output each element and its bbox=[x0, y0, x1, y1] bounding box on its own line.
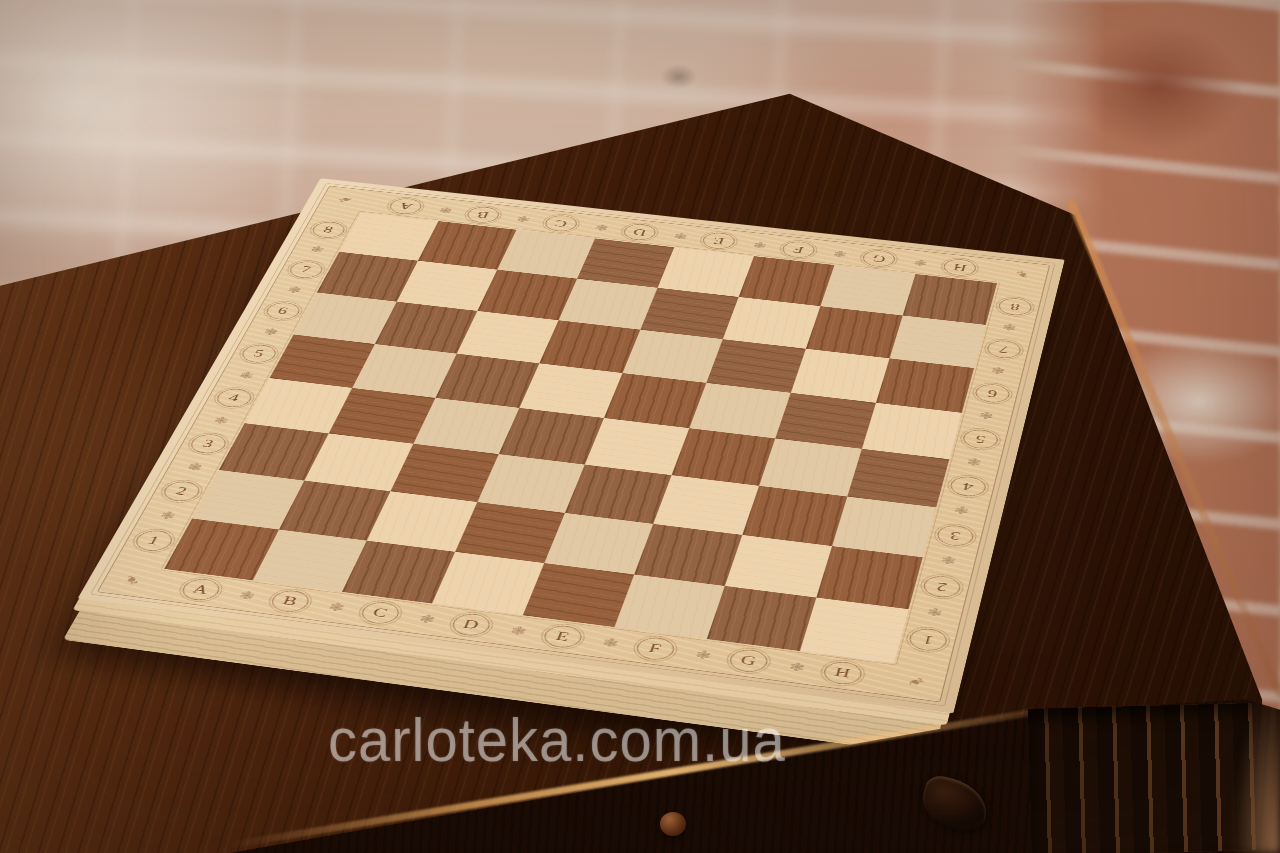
square-g5 bbox=[775, 393, 876, 449]
coordinate-label: D bbox=[449, 612, 494, 638]
watermark: carloteka.com.ua bbox=[328, 704, 786, 774]
coordinate-label: D bbox=[621, 222, 658, 241]
coordinate-cell: E❃ bbox=[510, 615, 614, 657]
square-f5 bbox=[689, 383, 791, 439]
coordinate-cell: 1 bbox=[894, 609, 961, 670]
flourish-icon: ❃ bbox=[185, 462, 204, 473]
coordinate-label: E bbox=[540, 623, 584, 649]
photo-stage: ❧ ❧ ❧ ❧ A❃B❃C❃D❃E❃F❃G❃H A❃B❃C❃D❃E❃F❃G❃H … bbox=[0, 0, 1280, 853]
coordinate-cell: C❃ bbox=[328, 592, 432, 634]
coordinate-cell: A❃ bbox=[148, 569, 253, 610]
coordinate-label: B bbox=[464, 205, 502, 223]
coordinate-cell: H bbox=[790, 651, 894, 694]
coordinate-label: C bbox=[357, 600, 402, 625]
corner-flourish-icon: ❧ bbox=[96, 560, 166, 601]
coordinate-cell: F❃ bbox=[603, 627, 707, 670]
flourish-icon: ❃ bbox=[158, 510, 178, 521]
flourish-icon: ❃ bbox=[212, 415, 231, 426]
flourish-icon: ❃ bbox=[327, 601, 347, 613]
coordinate-label: 4 bbox=[948, 475, 988, 498]
flourish-icon: ❃ bbox=[694, 648, 713, 661]
coordinate-label: 7 bbox=[985, 339, 1022, 360]
coordinate-cell: 4❃ bbox=[936, 459, 999, 513]
drawer-knob bbox=[660, 812, 686, 836]
coordinate-label: 7 bbox=[286, 260, 326, 279]
flourish-icon: ❃ bbox=[237, 589, 257, 601]
square-h1 bbox=[800, 598, 909, 664]
coordinate-label: 3 bbox=[187, 432, 230, 454]
square-h2 bbox=[816, 546, 922, 609]
coordinate-label: 8 bbox=[996, 296, 1033, 316]
coordinate-label: G bbox=[726, 647, 770, 673]
square-a2 bbox=[192, 470, 304, 530]
coordinate-cell: 2❃ bbox=[909, 557, 974, 616]
square-g4 bbox=[759, 438, 862, 496]
square-h3 bbox=[832, 497, 936, 558]
square-h4 bbox=[847, 449, 949, 508]
coordinate-label: 4 bbox=[213, 387, 255, 408]
coordinate-cell: B❃ bbox=[238, 580, 342, 621]
square-h5 bbox=[862, 403, 962, 459]
flourish-icon: ❃ bbox=[418, 612, 438, 624]
flourish-icon: ❃ bbox=[926, 607, 944, 619]
coordinate-label: 5 bbox=[238, 343, 279, 364]
coordinate-label: C bbox=[542, 214, 580, 233]
square-c3 bbox=[390, 444, 498, 502]
flourish-icon: ❃ bbox=[509, 624, 528, 636]
square-f2 bbox=[634, 524, 742, 586]
flourish-icon: ❃ bbox=[953, 505, 970, 516]
square-a1 bbox=[164, 519, 279, 581]
square-g2 bbox=[725, 535, 832, 598]
coordinate-cell: G❃ bbox=[696, 639, 800, 682]
coordinate-label: G bbox=[860, 249, 897, 268]
coordinate-label: F bbox=[633, 635, 677, 661]
square-d1 bbox=[432, 552, 544, 615]
square-b2 bbox=[279, 481, 390, 541]
square-g1 bbox=[707, 586, 817, 651]
flourish-icon: ❃ bbox=[939, 555, 957, 567]
square-c2 bbox=[367, 491, 478, 552]
floor-blur-corner bbox=[1234, 693, 1280, 853]
table-side-slats bbox=[1028, 703, 1256, 853]
coordinate-label: 1 bbox=[907, 626, 949, 652]
square-b3 bbox=[304, 433, 413, 491]
square-c1 bbox=[342, 541, 455, 604]
coordinate-label: E bbox=[700, 231, 737, 250]
chess-board: ❧ ❧ ❧ ❧ A❃B❃C❃D❃E❃F❃G❃H A❃B❃C❃D❃E❃F❃G❃H … bbox=[78, 178, 1065, 713]
flourish-icon: ❃ bbox=[966, 457, 983, 468]
square-e5 bbox=[604, 373, 706, 428]
square-d2 bbox=[455, 502, 565, 563]
coordinate-cell: D❃ bbox=[419, 603, 523, 645]
coordinate-cell: 1 bbox=[115, 512, 192, 569]
square-d3 bbox=[477, 454, 584, 513]
coordinate-label: F bbox=[780, 240, 817, 259]
square-f3 bbox=[653, 475, 759, 535]
square-e1 bbox=[523, 563, 634, 627]
square-e2 bbox=[544, 513, 653, 575]
coordinate-cell: 3❃ bbox=[923, 507, 987, 563]
coordinate-label: A bbox=[178, 577, 224, 602]
coordinate-label: 2 bbox=[921, 574, 962, 599]
square-f1 bbox=[614, 574, 724, 638]
coordinate-label: 2 bbox=[159, 479, 203, 502]
flourish-icon: ❃ bbox=[601, 636, 620, 649]
square-d4 bbox=[499, 408, 604, 465]
square-a3 bbox=[219, 423, 329, 480]
coordinate-label: B bbox=[267, 588, 312, 613]
coordinate-label: H bbox=[941, 258, 977, 277]
coordinate-label: H bbox=[821, 659, 864, 685]
coordinate-label: 1 bbox=[131, 528, 176, 552]
coordinate-label: A bbox=[386, 197, 424, 215]
coordinate-cell: 3❃ bbox=[171, 417, 245, 470]
coordinate-label: 5 bbox=[961, 428, 1000, 450]
coordinate-label: 6 bbox=[262, 301, 303, 321]
flourish-icon: ❃ bbox=[788, 660, 807, 673]
coordinate-label: 3 bbox=[935, 523, 975, 547]
square-e4 bbox=[585, 418, 689, 475]
square-b1 bbox=[253, 530, 367, 592]
corner-flourish-icon: ❧ bbox=[879, 660, 955, 704]
coordinate-label: 6 bbox=[973, 382, 1011, 403]
coordinate-cell: 2❃ bbox=[143, 464, 218, 518]
square-f4 bbox=[672, 428, 776, 486]
square-e3 bbox=[565, 465, 672, 524]
coordinate-cell: 5❃ bbox=[949, 413, 1010, 465]
coordinate-label: 8 bbox=[309, 220, 348, 239]
square-g3 bbox=[742, 486, 847, 546]
